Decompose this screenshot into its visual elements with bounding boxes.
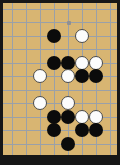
white-stone: [89, 56, 103, 70]
white-stone: [33, 69, 47, 83]
star-point: [67, 21, 71, 25]
black-stone: [47, 56, 61, 70]
white-stone: [33, 96, 47, 110]
black-stone: [47, 29, 61, 43]
white-stone: [75, 56, 89, 70]
grid-line-vertical: [12, 3, 13, 155]
white-stone: [75, 29, 89, 43]
grid-line-vertical: [110, 3, 111, 155]
black-stone: [61, 110, 75, 124]
white-stone: [75, 110, 89, 124]
grid-line-horizontal: [3, 90, 117, 91]
black-stone: [75, 123, 89, 137]
go-diagram-frame: [0, 0, 120, 165]
white-stone: [61, 96, 75, 110]
black-stone: [89, 69, 103, 83]
black-stone: [89, 123, 103, 137]
black-stone: [61, 137, 75, 151]
black-stone: [47, 123, 61, 137]
grid-line-horizontal: [3, 9, 117, 10]
black-stone: [47, 110, 61, 124]
white-stone: [89, 110, 103, 124]
grid-line-vertical: [26, 3, 27, 155]
grid-line-horizontal: [3, 103, 117, 104]
black-stone: [61, 56, 75, 70]
grid-line-horizontal: [3, 144, 117, 145]
white-stone: [61, 69, 75, 83]
grid-line-horizontal: [3, 49, 117, 50]
grid-line-horizontal: [3, 22, 117, 23]
go-board[interactable]: [3, 3, 117, 155]
black-stone: [75, 69, 89, 83]
